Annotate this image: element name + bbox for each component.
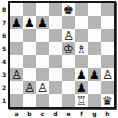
square-e8[interactable]: ♚: [62, 3, 75, 16]
white-bishop[interactable]: ♗: [76, 42, 87, 54]
black-pawn[interactable]: ♟: [76, 68, 87, 80]
square-b1[interactable]: [23, 94, 36, 107]
black-queen[interactable]: ♛: [102, 94, 113, 106]
rank-label-5: 5: [0, 42, 8, 55]
file-label-a: a: [10, 110, 23, 117]
file-label-h: h: [101, 110, 114, 117]
rank-label-2: 2: [0, 81, 8, 94]
board-wrap: 87654321 ♚♟♟♟♙♔♗♙♟♟♙♙♙♟♖♛: [0, 1, 116, 109]
square-g5[interactable]: [88, 42, 101, 55]
square-e3[interactable]: [62, 68, 75, 81]
square-b7[interactable]: ♟: [23, 16, 36, 29]
black-pawn[interactable]: ♟: [89, 68, 100, 80]
square-b4[interactable]: [23, 55, 36, 68]
square-e4[interactable]: [62, 55, 75, 68]
square-c6[interactable]: [36, 29, 49, 42]
square-d5[interactable]: [49, 42, 62, 55]
square-a6[interactable]: [10, 29, 23, 42]
square-e2[interactable]: [62, 81, 75, 94]
square-g2[interactable]: [88, 81, 101, 94]
black-king[interactable]: ♚: [63, 3, 74, 15]
square-c2[interactable]: ♙: [36, 81, 49, 94]
rank-label-3: 3: [0, 68, 8, 81]
square-c7[interactable]: ♟: [36, 16, 49, 29]
square-c5[interactable]: [36, 42, 49, 55]
square-h8[interactable]: [101, 3, 114, 16]
white-rook[interactable]: ♖: [76, 94, 87, 106]
rank-label-8: 8: [0, 3, 8, 16]
file-label-f: f: [75, 110, 88, 117]
square-h3[interactable]: ♙: [101, 68, 114, 81]
square-g7[interactable]: [88, 16, 101, 29]
rank-labels: 87654321: [0, 1, 8, 109]
file-label-e: e: [62, 110, 75, 117]
black-pawn[interactable]: ♟: [24, 16, 35, 28]
file-label-c: c: [36, 110, 49, 117]
chess-diagram: 87654321 ♚♟♟♟♙♔♗♙♟♟♙♙♙♟♖♛ abcdefgh: [0, 0, 118, 118]
file-labels: abcdefgh: [10, 110, 114, 117]
square-b5[interactable]: [23, 42, 36, 55]
square-h5[interactable]: [101, 42, 114, 55]
square-g1[interactable]: [88, 94, 101, 107]
file-label-g: g: [88, 110, 101, 117]
white-pawn[interactable]: ♙: [11, 68, 22, 80]
square-e5[interactable]: ♔: [62, 42, 75, 55]
square-d2[interactable]: [49, 81, 62, 94]
square-h1[interactable]: ♛: [101, 94, 114, 107]
square-h7[interactable]: [101, 16, 114, 29]
square-a2[interactable]: [10, 81, 23, 94]
rank-label-7: 7: [0, 16, 8, 29]
chess-board: ♚♟♟♟♙♔♗♙♟♟♙♙♙♟♖♛: [8, 1, 116, 109]
square-d7[interactable]: [49, 16, 62, 29]
white-pawn[interactable]: ♙: [24, 81, 35, 93]
square-b6[interactable]: [23, 29, 36, 42]
square-c4[interactable]: [36, 55, 49, 68]
square-b2[interactable]: ♙: [23, 81, 36, 94]
square-f8[interactable]: [75, 3, 88, 16]
white-pawn[interactable]: ♙: [102, 68, 113, 80]
white-pawn[interactable]: ♙: [63, 29, 74, 41]
file-label-b: b: [23, 110, 36, 117]
rank-label-6: 6: [0, 29, 8, 42]
square-a3[interactable]: ♙: [10, 68, 23, 81]
square-d4[interactable]: [49, 55, 62, 68]
square-a5[interactable]: [10, 42, 23, 55]
square-h6[interactable]: [101, 29, 114, 42]
square-f7[interactable]: [75, 16, 88, 29]
square-g3[interactable]: ♟: [88, 68, 101, 81]
square-g8[interactable]: [88, 3, 101, 16]
black-pawn[interactable]: ♟: [11, 16, 22, 28]
square-g6[interactable]: [88, 29, 101, 42]
square-c1[interactable]: [36, 94, 49, 107]
square-a7[interactable]: ♟: [10, 16, 23, 29]
rank-label-1: 1: [0, 94, 8, 107]
file-label-d: d: [49, 110, 62, 117]
white-pawn[interactable]: ♙: [37, 81, 48, 93]
square-d3[interactable]: [49, 68, 62, 81]
square-f5[interactable]: ♗: [75, 42, 88, 55]
black-pawn[interactable]: ♟: [37, 16, 48, 28]
square-e1[interactable]: [62, 94, 75, 107]
square-d1[interactable]: [49, 94, 62, 107]
square-d8[interactable]: [49, 3, 62, 16]
square-a1[interactable]: [10, 94, 23, 107]
white-king[interactable]: ♔: [63, 42, 74, 54]
black-pawn[interactable]: ♟: [76, 81, 87, 93]
rank-label-4: 4: [0, 55, 8, 68]
square-f1[interactable]: ♖: [75, 94, 88, 107]
square-d6[interactable]: [49, 29, 62, 42]
